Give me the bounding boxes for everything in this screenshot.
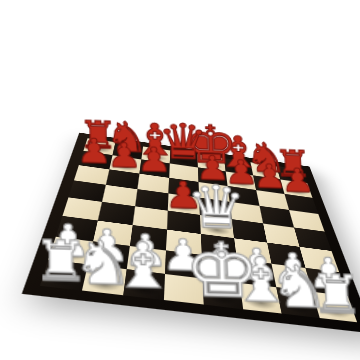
piece-red-queen[interactable]: ♛ [157,118,209,165]
square-c5[interactable] [135,189,168,210]
square-h7[interactable]: ♟ [280,179,312,198]
square-b7[interactable]: ♟ [109,155,141,173]
square-a1[interactable]: ♜ [40,260,88,291]
piece-white-rook[interactable]: ♜ [33,234,90,288]
square-e1[interactable]: ♚ [203,278,243,309]
square-h6[interactable] [285,194,319,214]
square-h5[interactable] [289,210,325,232]
square-a8[interactable]: ♜ [83,138,115,155]
piece-red-bishop[interactable]: ♝ [132,119,178,161]
piece-red-rook[interactable]: ♜ [273,146,313,182]
square-g7[interactable]: ♟ [253,176,284,195]
board-tilt-wrapper: ♜♞♝♛♚♝♞♜♟♟♟♟♟♟♟♟♛♟♟♟♟♟♟♟♟♜♞♝♚♝♞♜ [14,45,360,360]
chess-set-photo: ♜♞♝♛♚♝♞♜♟♟♟♟♟♟♟♟♛♟♟♟♟♟♟♟♟♜♞♝♚♝♞♜ [0,0,360,360]
square-a6[interactable] [74,165,109,185]
piece-red-rook[interactable]: ♜ [78,116,118,153]
piece-red-knight[interactable]: ♞ [244,138,288,178]
square-g6[interactable] [256,190,289,210]
square-b5[interactable] [102,185,137,206]
square-d8[interactable]: ♛ [170,150,198,167]
square-c8[interactable]: ♝ [141,146,170,163]
piece-red-pawn[interactable]: ♟ [76,134,112,167]
square-h8[interactable]: ♜ [277,166,308,183]
square-a7[interactable]: ♟ [79,151,113,169]
piece-red-pawn[interactable]: ♟ [136,143,172,176]
square-c7[interactable]: ♟ [139,159,169,177]
piece-red-bishop[interactable]: ♝ [216,132,262,174]
square-g5[interactable] [260,206,295,228]
square-c6[interactable] [137,174,169,194]
piece-white-king[interactable]: ♚ [183,234,262,307]
board-grid: ♜♞♝♛♚♝♞♜♟♟♟♟♟♟♟♟♛♟♟♟♟♟♟♟♟♜♞♝♚♝♞♜ [40,138,357,322]
square-g8[interactable]: ♞ [250,162,280,179]
square-b8[interactable]: ♞ [113,142,144,159]
square-e8[interactable]: ♚ [197,154,225,171]
piece-red-pawn[interactable]: ♟ [106,139,142,172]
piece-red-pawn[interactable]: ♟ [280,164,315,196]
piece-red-pawn[interactable]: ♟ [252,160,287,192]
square-b6[interactable] [106,169,140,189]
chess-board: ♜♞♝♛♚♝♞♜♟♟♟♟♟♟♟♟♛♟♟♟♟♟♟♟♟♜♞♝♚♝♞♜ [22,133,360,334]
piece-red-king[interactable]: ♚ [183,119,239,170]
piece-red-knight[interactable]: ♞ [105,117,149,158]
